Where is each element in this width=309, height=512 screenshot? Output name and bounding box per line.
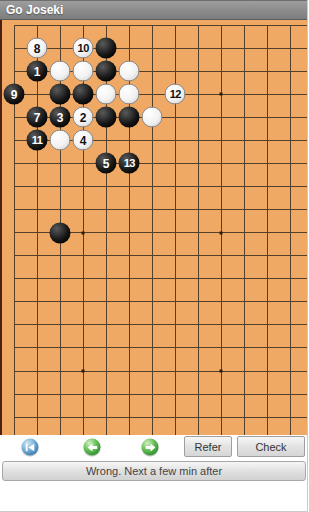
stone-E15[interactable] xyxy=(96,107,117,128)
grid-line-horizontal xyxy=(14,186,309,187)
stone-D18[interactable]: 10 xyxy=(73,38,94,59)
star-point-K16 xyxy=(220,93,223,96)
next-move-button[interactable] xyxy=(142,439,159,456)
stone-B18[interactable]: 8 xyxy=(27,38,48,59)
star-point-D4 xyxy=(82,370,85,373)
status-message: Wrong. Next a few min after xyxy=(86,465,222,477)
stone-C15[interactable]: 3 xyxy=(50,107,71,128)
grid-line-horizontal xyxy=(14,48,309,49)
grid-line-vertical xyxy=(244,25,245,436)
stone-E18[interactable] xyxy=(96,38,117,59)
stone-B14[interactable]: 11 xyxy=(27,130,48,151)
stone-C17[interactable] xyxy=(50,61,71,82)
status-message-bar[interactable]: Wrong. Next a few min after xyxy=(2,461,306,481)
star-point-K4 xyxy=(220,370,223,373)
app-screen: Go Joseki 8101912732114513 Refer Check W… xyxy=(0,0,308,512)
title-bar: Go Joseki xyxy=(0,0,308,20)
stone-E13[interactable]: 5 xyxy=(96,153,117,174)
stone-D14[interactable]: 4 xyxy=(73,130,94,151)
rewind-button[interactable] xyxy=(22,439,39,456)
grid-line-horizontal xyxy=(14,417,309,418)
board-left-edge xyxy=(0,20,2,435)
grid-line-horizontal xyxy=(14,324,309,325)
grid-line-horizontal xyxy=(14,371,309,372)
grid-line-vertical xyxy=(267,25,268,436)
grid-line-horizontal xyxy=(14,278,309,279)
stone-E17[interactable] xyxy=(96,61,117,82)
bottom-toolbar: Refer Check xyxy=(0,435,308,459)
stone-A16[interactable]: 9 xyxy=(4,84,25,105)
stone-G15[interactable] xyxy=(142,107,163,128)
stone-D17[interactable] xyxy=(73,61,94,82)
go-board[interactable]: 8101912732114513 xyxy=(0,20,308,435)
stone-C10[interactable] xyxy=(50,222,71,243)
grid-line-vertical xyxy=(152,25,153,436)
stone-D15[interactable]: 2 xyxy=(73,107,94,128)
grid-line-horizontal xyxy=(14,347,309,348)
stone-F13[interactable]: 13 xyxy=(119,153,140,174)
skip-to-start-icon xyxy=(26,443,35,451)
star-point-K10 xyxy=(220,231,223,234)
star-point-D10 xyxy=(82,231,85,234)
check-button[interactable]: Check xyxy=(237,436,305,457)
refer-button[interactable]: Refer xyxy=(184,436,232,457)
grid-line-vertical xyxy=(198,25,199,436)
arrow-right-icon xyxy=(145,443,155,451)
app-title: Go Joseki xyxy=(0,3,63,17)
stone-H16[interactable]: 12 xyxy=(165,84,186,105)
stone-F15[interactable] xyxy=(119,107,140,128)
grid-line-vertical xyxy=(221,25,222,436)
stone-F17[interactable] xyxy=(119,61,140,82)
grid-line-horizontal xyxy=(14,301,309,302)
arrow-left-icon xyxy=(87,443,97,451)
stone-B17[interactable]: 1 xyxy=(27,61,48,82)
grid-line-horizontal xyxy=(14,394,309,395)
grid-line-horizontal xyxy=(14,255,309,256)
stone-C14[interactable] xyxy=(50,130,71,151)
grid-line-horizontal xyxy=(14,25,309,26)
grid-line-horizontal xyxy=(14,209,309,210)
stone-F16[interactable] xyxy=(119,84,140,105)
grid-line-vertical xyxy=(37,25,38,436)
stone-B15[interactable]: 7 xyxy=(27,107,48,128)
stone-E16[interactable] xyxy=(96,84,117,105)
grid-line-horizontal xyxy=(14,163,309,164)
stone-C16[interactable] xyxy=(50,84,71,105)
stone-D16[interactable] xyxy=(73,84,94,105)
prev-move-button[interactable] xyxy=(84,439,101,456)
grid-line-vertical xyxy=(290,25,291,436)
